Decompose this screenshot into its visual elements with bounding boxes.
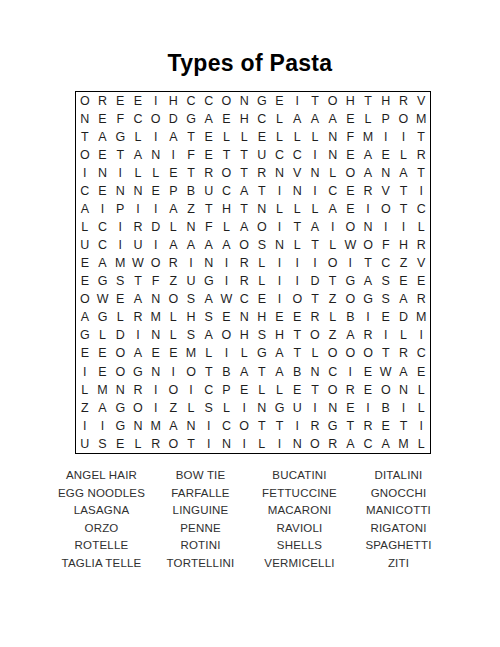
grid-cell-r9c11[interactable]: S [253,236,271,254]
grid-cell-r2c20[interactable]: M [412,110,430,128]
grid-cell-r14c4[interactable]: I [129,327,147,345]
grid-cell-r7c18[interactable]: O [377,200,395,218]
grid-cell-r5c6[interactable]: E [165,164,183,182]
grid-cell-r15c9[interactable]: I [218,345,236,363]
grid-cell-r11c6[interactable]: Z [165,272,183,290]
grid-cell-r5c4[interactable]: L [129,164,147,182]
grid-cell-r7c3[interactable]: P [111,200,129,218]
grid-cell-r18c6[interactable]: Z [165,399,183,417]
grid-cell-r1c1[interactable]: O [76,92,94,110]
grid-cell-r14c11[interactable]: S [253,327,271,345]
grid-cell-r9c12[interactable]: N [271,236,289,254]
grid-cell-r1c5[interactable]: I [147,92,165,110]
grid-cell-r9c14[interactable]: T [306,236,324,254]
grid-cell-r11c3[interactable]: S [111,272,129,290]
grid-cell-r12c8[interactable]: A [200,291,218,309]
grid-cell-r19c5[interactable]: M [147,417,165,435]
grid-cell-r1c16[interactable]: H [342,92,360,110]
grid-cell-r20c6[interactable]: O [165,435,183,453]
grid-cell-r7c14[interactable]: L [306,200,324,218]
grid-cell-r20c12[interactable]: I [271,435,289,453]
grid-cell-r13c15[interactable]: L [324,309,342,327]
grid-cell-r2c2[interactable]: E [94,110,112,128]
grid-cell-r19c1[interactable]: I [76,417,94,435]
grid-cell-r4c14[interactable]: I [306,146,324,164]
grid-cell-r4c8[interactable]: E [200,146,218,164]
grid-cell-r19c13[interactable]: I [288,417,306,435]
grid-cell-r13c10[interactable]: N [235,309,253,327]
grid-cell-r13c19[interactable]: D [395,309,413,327]
grid-cell-r9c13[interactable]: L [288,236,306,254]
grid-cell-r7c1[interactable]: A [76,200,94,218]
grid-cell-r16c1[interactable]: I [76,363,94,381]
grid-cell-r13c12[interactable]: E [271,309,289,327]
grid-cell-r10c1[interactable]: E [76,254,94,272]
grid-cell-r12c16[interactable]: O [342,291,360,309]
grid-cell-r1c14[interactable]: T [306,92,324,110]
grid-cell-r6c17[interactable]: R [359,182,377,200]
grid-cell-r6c8[interactable]: U [200,182,218,200]
grid-cell-r7c9[interactable]: H [218,200,236,218]
grid-cell-r18c20[interactable]: L [412,399,430,417]
grid-cell-r15c10[interactable]: L [235,345,253,363]
grid-cell-r5c18[interactable]: N [377,164,395,182]
grid-cell-r15c13[interactable]: T [288,345,306,363]
grid-cell-r17c16[interactable]: R [342,381,360,399]
grid-cell-r9c6[interactable]: A [165,236,183,254]
grid-cell-r17c6[interactable]: O [165,381,183,399]
grid-cell-r3c12[interactable]: L [271,128,289,146]
grid-cell-r20c5[interactable]: R [147,435,165,453]
grid-cell-r4c9[interactable]: T [218,146,236,164]
grid-cell-r13c11[interactable]: H [253,309,271,327]
grid-cell-r18c15[interactable]: N [324,399,342,417]
grid-cell-r19c18[interactable]: E [377,417,395,435]
grid-cell-r14c2[interactable]: L [94,327,112,345]
grid-cell-r10c14[interactable]: I [306,254,324,272]
grid-cell-r6c5[interactable]: E [147,182,165,200]
grid-cell-r19c14[interactable]: R [306,417,324,435]
grid-cell-r8c19[interactable]: I [395,218,413,236]
grid-cell-r5c1[interactable]: I [76,164,94,182]
grid-cell-r5c11[interactable]: R [253,164,271,182]
grid-cell-r17c7[interactable]: I [182,381,200,399]
grid-cell-r11c20[interactable]: E [412,272,430,290]
grid-cell-r9c3[interactable]: I [111,236,129,254]
grid-cell-r15c2[interactable]: E [94,345,112,363]
grid-cell-r11c19[interactable]: E [395,272,413,290]
grid-cell-r14c13[interactable]: T [288,327,306,345]
grid-cell-r8c15[interactable]: I [324,218,342,236]
grid-cell-r11c7[interactable]: U [182,272,200,290]
grid-cell-r4c2[interactable]: E [94,146,112,164]
grid-cell-r14c8[interactable]: A [200,327,218,345]
grid-cell-r8c16[interactable]: O [342,218,360,236]
grid-cell-r16c17[interactable]: E [359,363,377,381]
grid-cell-r17c2[interactable]: M [94,381,112,399]
grid-cell-r10c6[interactable]: R [165,254,183,272]
grid-cell-r10c17[interactable]: T [359,254,377,272]
grid-cell-r2c9[interactable]: E [218,110,236,128]
grid-cell-r5c9[interactable]: O [218,164,236,182]
grid-cell-r2c16[interactable]: E [342,110,360,128]
grid-cell-r16c14[interactable]: N [306,363,324,381]
grid-cell-r4c20[interactable]: R [412,146,430,164]
grid-cell-r10c18[interactable]: C [377,254,395,272]
grid-cell-r20c3[interactable]: E [111,435,129,453]
grid-cell-r2c3[interactable]: F [111,110,129,128]
grid-cell-r11c17[interactable]: A [359,272,377,290]
grid-cell-r10c8[interactable]: N [200,254,218,272]
grid-cell-r5c19[interactable]: A [395,164,413,182]
grid-cell-r14c1[interactable]: G [76,327,94,345]
grid-cell-r6c16[interactable]: E [342,182,360,200]
grid-cell-r18c11[interactable]: N [253,399,271,417]
grid-cell-r18c18[interactable]: B [377,399,395,417]
grid-cell-r11c10[interactable]: R [235,272,253,290]
grid-cell-r8c12[interactable]: I [271,218,289,236]
grid-cell-r5c8[interactable]: R [200,164,218,182]
grid-cell-r17c11[interactable]: L [253,381,271,399]
grid-cell-r20c18[interactable]: A [377,435,395,453]
grid-cell-r13c4[interactable]: R [129,309,147,327]
grid-cell-r12c7[interactable]: S [182,291,200,309]
grid-cell-r3c16[interactable]: F [342,128,360,146]
grid-cell-r18c14[interactable]: I [306,399,324,417]
grid-cell-r18c7[interactable]: L [182,399,200,417]
grid-cell-r17c10[interactable]: E [235,381,253,399]
grid-cell-r14c10[interactable]: H [235,327,253,345]
grid-cell-r3c7[interactable]: T [182,128,200,146]
grid-cell-r20c19[interactable]: M [395,435,413,453]
grid-cell-r13c13[interactable]: E [288,309,306,327]
grid-cell-r3c18[interactable]: I [377,128,395,146]
grid-cell-r2c19[interactable]: O [395,110,413,128]
grid-cell-r18c8[interactable]: S [200,399,218,417]
grid-cell-r9c5[interactable]: I [147,236,165,254]
grid-cell-r13c6[interactable]: L [165,309,183,327]
grid-cell-r2c1[interactable]: N [76,110,94,128]
grid-cell-r3c6[interactable]: A [165,128,183,146]
grid-cell-r20c8[interactable]: I [200,435,218,453]
grid-cell-r3c13[interactable]: L [288,128,306,146]
grid-cell-r14c16[interactable]: A [342,327,360,345]
grid-cell-r12c12[interactable]: I [271,291,289,309]
grid-cell-r3c14[interactable]: L [306,128,324,146]
grid-cell-r19c9[interactable]: C [218,417,236,435]
grid-cell-r6c6[interactable]: P [165,182,183,200]
grid-cell-r16c4[interactable]: G [129,363,147,381]
grid-cell-r17c19[interactable]: N [395,381,413,399]
grid-cell-r14c20[interactable]: I [412,327,430,345]
grid-cell-r11c13[interactable]: I [288,272,306,290]
grid-cell-r19c20[interactable]: I [412,417,430,435]
grid-cell-r14c9[interactable]: O [218,327,236,345]
grid-cell-r15c18[interactable]: T [377,345,395,363]
grid-cell-r14c19[interactable]: L [395,327,413,345]
grid-cell-r16c6[interactable]: I [165,363,183,381]
grid-cell-r12c19[interactable]: A [395,291,413,309]
grid-cell-r3c5[interactable]: I [147,128,165,146]
grid-cell-r4c17[interactable]: A [359,146,377,164]
grid-cell-r14c12[interactable]: H [271,327,289,345]
grid-cell-r11c16[interactable]: G [342,272,360,290]
grid-cell-r2c7[interactable]: G [182,110,200,128]
grid-cell-r10c10[interactable]: R [235,254,253,272]
grid-cell-r13c2[interactable]: G [94,309,112,327]
grid-cell-r12c1[interactable]: O [76,291,94,309]
grid-cell-r20c13[interactable]: N [288,435,306,453]
grid-cell-r5c12[interactable]: N [271,164,289,182]
grid-cell-r12c3[interactable]: E [111,291,129,309]
grid-cell-r6c2[interactable]: E [94,182,112,200]
grid-cell-r19c15[interactable]: G [324,417,342,435]
grid-cell-r16c15[interactable]: C [324,363,342,381]
grid-cell-r5c13[interactable]: V [288,164,306,182]
grid-cell-r18c10[interactable]: I [235,399,253,417]
grid-cell-r2c4[interactable]: C [129,110,147,128]
grid-cell-r15c14[interactable]: L [306,345,324,363]
grid-cell-r20c15[interactable]: R [324,435,342,453]
grid-cell-r3c9[interactable]: L [218,128,236,146]
grid-cell-r14c17[interactable]: R [359,327,377,345]
grid-cell-r1c17[interactable]: T [359,92,377,110]
grid-cell-r13c8[interactable]: S [200,309,218,327]
grid-cell-r2c10[interactable]: H [235,110,253,128]
grid-cell-r1c9[interactable]: O [218,92,236,110]
grid-cell-r16c3[interactable]: O [111,363,129,381]
grid-cell-r5c7[interactable]: T [182,164,200,182]
grid-cell-r12c14[interactable]: T [306,291,324,309]
grid-cell-r8c17[interactable]: N [359,218,377,236]
grid-cell-r12c4[interactable]: A [129,291,147,309]
grid-cell-r3c8[interactable]: E [200,128,218,146]
grid-cell-r15c8[interactable]: L [200,345,218,363]
grid-cell-r20c17[interactable]: C [359,435,377,453]
grid-cell-r3c3[interactable]: G [111,128,129,146]
grid-cell-r11c18[interactable]: S [377,272,395,290]
grid-cell-r20c16[interactable]: A [342,435,360,453]
grid-cell-r12c11[interactable]: E [253,291,271,309]
grid-cell-r7c10[interactable]: T [235,200,253,218]
grid-cell-r4c11[interactable]: U [253,146,271,164]
grid-cell-r17c3[interactable]: N [111,381,129,399]
grid-cell-r1c8[interactable]: C [200,92,218,110]
grid-cell-r9c8[interactable]: A [200,236,218,254]
grid-cell-r6c10[interactable]: A [235,182,253,200]
grid-cell-r5c20[interactable]: T [412,164,430,182]
grid-cell-r2c6[interactable]: D [165,110,183,128]
grid-cell-r18c9[interactable]: L [218,399,236,417]
grid-cell-r1c4[interactable]: E [129,92,147,110]
grid-cell-r11c8[interactable]: G [200,272,218,290]
grid-cell-r10c11[interactable]: L [253,254,271,272]
grid-cell-r5c17[interactable]: A [359,164,377,182]
grid-cell-r20c1[interactable]: U [76,435,94,453]
grid-cell-r1c15[interactable]: O [324,92,342,110]
grid-cell-r1c3[interactable]: E [111,92,129,110]
grid-cell-r7c17[interactable]: I [359,200,377,218]
grid-cell-r4c5[interactable]: N [147,146,165,164]
grid-cell-r5c15[interactable]: L [324,164,342,182]
grid-cell-r10c3[interactable]: M [111,254,129,272]
grid-cell-r11c5[interactable]: F [147,272,165,290]
grid-cell-r16c10[interactable]: A [235,363,253,381]
grid-cell-r4c15[interactable]: N [324,146,342,164]
grid-cell-r17c8[interactable]: C [200,381,218,399]
grid-cell-r8c10[interactable]: A [235,218,253,236]
grid-cell-r6c14[interactable]: I [306,182,324,200]
grid-cell-r11c1[interactable]: E [76,272,94,290]
grid-cell-r8c1[interactable]: L [76,218,94,236]
grid-cell-r20c4[interactable]: L [129,435,147,453]
grid-cell-r6c20[interactable]: I [412,182,430,200]
grid-cell-r7c6[interactable]: A [165,200,183,218]
grid-cell-r8c18[interactable]: I [377,218,395,236]
grid-cell-r7c8[interactable]: T [200,200,218,218]
grid-cell-r15c17[interactable]: O [359,345,377,363]
grid-cell-r15c6[interactable]: E [165,345,183,363]
grid-cell-r17c13[interactable]: E [288,381,306,399]
grid-cell-r5c14[interactable]: N [306,164,324,182]
grid-cell-r11c15[interactable]: T [324,272,342,290]
grid-cell-r7c15[interactable]: A [324,200,342,218]
grid-cell-r12c9[interactable]: W [218,291,236,309]
grid-cell-r7c19[interactable]: T [395,200,413,218]
grid-cell-r10c2[interactable]: A [94,254,112,272]
grid-cell-r11c12[interactable]: I [271,272,289,290]
grid-cell-r17c4[interactable]: R [129,381,147,399]
grid-cell-r7c12[interactable]: L [271,200,289,218]
grid-cell-r13c16[interactable]: B [342,309,360,327]
grid-cell-r18c19[interactable]: I [395,399,413,417]
grid-cell-r20c10[interactable]: I [235,435,253,453]
grid-cell-r4c7[interactable]: F [182,146,200,164]
grid-cell-r9c15[interactable]: L [324,236,342,254]
grid-cell-r4c6[interactable]: I [165,146,183,164]
grid-cell-r6c3[interactable]: N [111,182,129,200]
grid-cell-r16c19[interactable]: A [395,363,413,381]
grid-cell-r4c3[interactable]: T [111,146,129,164]
grid-cell-r5c2[interactable]: N [94,164,112,182]
grid-cell-r10c12[interactable]: I [271,254,289,272]
grid-cell-r3c20[interactable]: T [412,128,430,146]
grid-cell-r12c17[interactable]: G [359,291,377,309]
grid-cell-r6c15[interactable]: C [324,182,342,200]
grid-cell-r19c11[interactable]: T [253,417,271,435]
grid-cell-r16c5[interactable]: N [147,363,165,381]
grid-cell-r18c12[interactable]: G [271,399,289,417]
grid-cell-r9c7[interactable]: A [182,236,200,254]
grid-cell-r19c19[interactable]: T [395,417,413,435]
grid-cell-r13c3[interactable]: L [111,309,129,327]
grid-cell-r10c9[interactable]: I [218,254,236,272]
grid-cell-r9c1[interactable]: U [76,236,94,254]
grid-cell-r16c20[interactable]: E [412,363,430,381]
grid-cell-r14c15[interactable]: Z [324,327,342,345]
grid-cell-r6c12[interactable]: I [271,182,289,200]
grid-cell-r1c12[interactable]: E [271,92,289,110]
grid-cell-r16c18[interactable]: W [377,363,395,381]
grid-cell-r6c9[interactable]: C [218,182,236,200]
grid-cell-r14c14[interactable]: O [306,327,324,345]
grid-cell-r20c7[interactable]: T [182,435,200,453]
grid-cell-r2c15[interactable]: A [324,110,342,128]
grid-cell-r16c2[interactable]: E [94,363,112,381]
grid-cell-r16c13[interactable]: B [288,363,306,381]
grid-cell-r17c14[interactable]: T [306,381,324,399]
grid-cell-r8c8[interactable]: F [200,218,218,236]
grid-cell-r10c15[interactable]: O [324,254,342,272]
grid-cell-r3c15[interactable]: N [324,128,342,146]
grid-cell-r4c18[interactable]: E [377,146,395,164]
grid-cell-r4c12[interactable]: C [271,146,289,164]
grid-cell-r18c17[interactable]: I [359,399,377,417]
grid-cell-r9c17[interactable]: O [359,236,377,254]
grid-cell-r14c3[interactable]: D [111,327,129,345]
grid-cell-r13c17[interactable]: I [359,309,377,327]
grid-cell-r15c12[interactable]: A [271,345,289,363]
grid-cell-r12c2[interactable]: W [94,291,112,309]
grid-cell-r14c18[interactable]: I [377,327,395,345]
grid-cell-r3c2[interactable]: A [94,128,112,146]
grid-cell-r10c13[interactable]: I [288,254,306,272]
grid-cell-r15c20[interactable]: C [412,345,430,363]
grid-cell-r11c14[interactable]: D [306,272,324,290]
grid-cell-r17c15[interactable]: O [324,381,342,399]
grid-cell-r7c7[interactable]: Z [182,200,200,218]
grid-cell-r3c1[interactable]: T [76,128,94,146]
grid-cell-r4c13[interactable]: C [288,146,306,164]
grid-cell-r14c5[interactable]: N [147,327,165,345]
grid-cell-r1c6[interactable]: H [165,92,183,110]
grid-cell-r15c4[interactable]: A [129,345,147,363]
grid-cell-r4c4[interactable]: A [129,146,147,164]
grid-cell-r1c20[interactable]: V [412,92,430,110]
grid-cell-r1c2[interactable]: R [94,92,112,110]
grid-cell-r20c9[interactable]: N [218,435,236,453]
grid-cell-r13c1[interactable]: A [76,309,94,327]
grid-cell-r13c14[interactable]: R [306,309,324,327]
grid-cell-r7c20[interactable]: C [412,200,430,218]
grid-cell-r19c4[interactable]: N [129,417,147,435]
grid-cell-r12c10[interactable]: C [235,291,253,309]
grid-cell-r10c4[interactable]: W [129,254,147,272]
grid-cell-r8c7[interactable]: N [182,218,200,236]
grid-cell-r15c5[interactable]: E [147,345,165,363]
grid-cell-r20c2[interactable]: S [94,435,112,453]
grid-cell-r13c18[interactable]: E [377,309,395,327]
grid-cell-r2c14[interactable]: A [306,110,324,128]
grid-cell-r8c3[interactable]: I [111,218,129,236]
grid-cell-r10c7[interactable]: I [182,254,200,272]
grid-cell-r2c5[interactable]: O [147,110,165,128]
grid-cell-r7c16[interactable]: E [342,200,360,218]
grid-cell-r9c20[interactable]: R [412,236,430,254]
grid-cell-r9c4[interactable]: U [129,236,147,254]
grid-cell-r4c19[interactable]: L [395,146,413,164]
grid-cell-r12c20[interactable]: R [412,291,430,309]
grid-cell-r15c11[interactable]: G [253,345,271,363]
grid-cell-r18c1[interactable]: Z [76,399,94,417]
grid-cell-r8c9[interactable]: L [218,218,236,236]
grid-cell-r20c14[interactable]: O [306,435,324,453]
grid-cell-r5c3[interactable]: I [111,164,129,182]
grid-cell-r17c18[interactable]: O [377,381,395,399]
grid-cell-r7c11[interactable]: N [253,200,271,218]
grid-cell-r8c14[interactable]: A [306,218,324,236]
grid-cell-r5c5[interactable]: L [147,164,165,182]
